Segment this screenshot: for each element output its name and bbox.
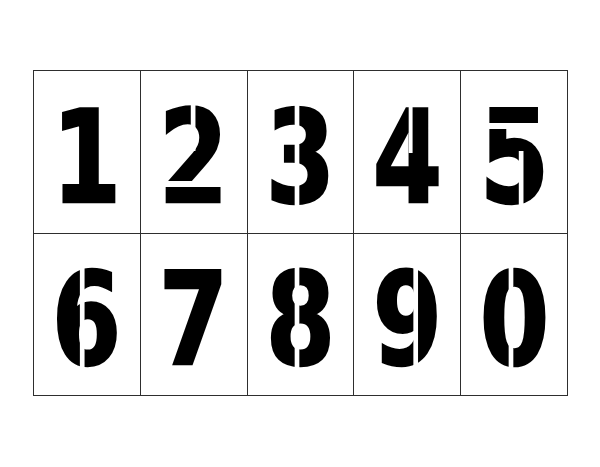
stencil-card-2: 2: [141, 71, 247, 233]
stencil-card-6: 6: [34, 234, 140, 396]
stencil-card-3: 3: [248, 71, 354, 233]
stencil-card-5: 5: [461, 71, 567, 233]
digit-glyph-5: 5: [479, 94, 548, 222]
stencil-card-0: 0: [461, 234, 567, 396]
digit-glyph-2: 2: [159, 94, 228, 222]
digit-glyph-1: 1: [52, 94, 121, 222]
stencil-number-grid: 1 2 3 4 5 6 7 8 9 0: [33, 70, 568, 396]
stencil-card-1: 1: [34, 71, 140, 233]
digit-glyph-9: 9: [373, 256, 442, 384]
stencil-card-7: 7: [141, 234, 247, 396]
stencil-card-8: 8: [248, 234, 354, 396]
digit-glyph-4: 4: [373, 94, 442, 222]
digit-glyph-6: 6: [52, 256, 121, 384]
digit-glyph-0: 0: [479, 256, 548, 384]
stencil-card-4: 4: [354, 71, 460, 233]
digit-glyph-8: 8: [266, 256, 335, 384]
stencil-card-9: 9: [354, 234, 460, 396]
digit-glyph-3: 3: [266, 94, 335, 222]
digit-glyph-7: 7: [159, 256, 228, 384]
